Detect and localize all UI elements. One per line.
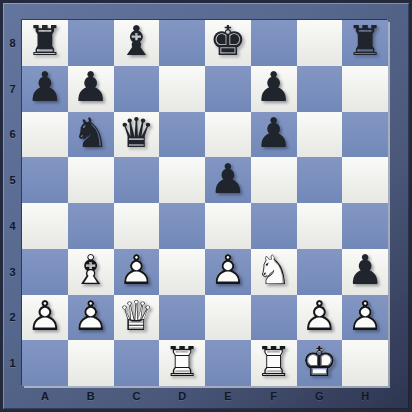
square-e7[interactable] <box>205 66 251 112</box>
black-rook-icon: ♜ <box>342 20 388 66</box>
black-pawn-icon: ♟ <box>251 66 297 112</box>
square-h6[interactable] <box>342 112 388 158</box>
square-a2[interactable]: ♟♙ <box>22 295 68 341</box>
square-d6[interactable] <box>159 112 205 158</box>
black-pawn-icon: ♟ <box>68 66 114 112</box>
rank-label-4: 4 <box>3 203 22 249</box>
black-queen-icon: ♛ <box>114 112 160 158</box>
square-a6[interactable] <box>22 112 68 158</box>
square-b6[interactable]: ♞ <box>68 112 114 158</box>
square-b2[interactable]: ♟♙ <box>68 295 114 341</box>
square-b8[interactable] <box>68 20 114 66</box>
square-f1[interactable]: ♜♖ <box>251 340 297 386</box>
white-queen-icon: ♛♕ <box>114 295 160 341</box>
square-g3[interactable] <box>297 249 343 295</box>
square-b5[interactable] <box>68 157 114 203</box>
white-king-icon: ♚♔ <box>297 340 343 386</box>
rank-label-5: 5 <box>3 157 22 203</box>
square-e4[interactable] <box>205 203 251 249</box>
white-rook-icon: ♜♖ <box>251 340 297 386</box>
square-c4[interactable] <box>114 203 160 249</box>
square-d1[interactable]: ♜♖ <box>159 340 205 386</box>
square-c8[interactable]: ♝ <box>114 20 160 66</box>
file-label-h: H <box>342 387 388 404</box>
black-rook-icon: ♜ <box>22 20 68 66</box>
square-g7[interactable] <box>297 66 343 112</box>
black-pawn-icon: ♟ <box>342 249 388 295</box>
square-b3[interactable]: ♝♗ <box>68 249 114 295</box>
square-a4[interactable] <box>22 203 68 249</box>
black-bishop-icon: ♝ <box>114 20 160 66</box>
square-e2[interactable] <box>205 295 251 341</box>
square-f5[interactable] <box>251 157 297 203</box>
square-g8[interactable] <box>297 20 343 66</box>
white-rook-icon: ♜♖ <box>159 340 205 386</box>
square-c1[interactable] <box>114 340 160 386</box>
rank-labels: 87654321 <box>3 20 22 386</box>
square-c2[interactable]: ♛♕ <box>114 295 160 341</box>
square-d2[interactable] <box>159 295 205 341</box>
black-pawn-icon: ♟ <box>205 157 251 203</box>
square-c3[interactable]: ♟♙ <box>114 249 160 295</box>
file-label-f: F <box>251 387 297 404</box>
rank-label-8: 8 <box>3 20 22 66</box>
square-f7[interactable]: ♟ <box>251 66 297 112</box>
square-b7[interactable]: ♟ <box>68 66 114 112</box>
black-pawn-icon: ♟ <box>251 112 297 158</box>
square-e6[interactable] <box>205 112 251 158</box>
square-d5[interactable] <box>159 157 205 203</box>
rank-label-7: 7 <box>3 66 22 112</box>
square-f3[interactable]: ♞♘ <box>251 249 297 295</box>
square-a1[interactable] <box>22 340 68 386</box>
square-h7[interactable] <box>342 66 388 112</box>
white-pawn-icon: ♟♙ <box>297 295 343 341</box>
square-c7[interactable] <box>114 66 160 112</box>
square-a8[interactable]: ♜ <box>22 20 68 66</box>
square-b1[interactable] <box>68 340 114 386</box>
square-a3[interactable] <box>22 249 68 295</box>
white-knight-icon: ♞♘ <box>251 249 297 295</box>
board: ♜♝♚♜♟♟♟♞♛♟♟♝♗♟♙♟♙♞♘♟♟♙♟♙♛♕♟♙♟♙♜♖♜♖♚♔ <box>22 20 388 386</box>
square-e1[interactable] <box>205 340 251 386</box>
square-c6[interactable]: ♛ <box>114 112 160 158</box>
white-pawn-icon: ♟♙ <box>342 295 388 341</box>
square-e5[interactable]: ♟ <box>205 157 251 203</box>
file-label-g: G <box>297 387 343 404</box>
white-pawn-icon: ♟♙ <box>114 249 160 295</box>
square-g6[interactable] <box>297 112 343 158</box>
black-pawn-icon: ♟ <box>22 66 68 112</box>
file-label-a: A <box>22 387 68 404</box>
square-d3[interactable] <box>159 249 205 295</box>
square-g1[interactable]: ♚♔ <box>297 340 343 386</box>
square-h5[interactable] <box>342 157 388 203</box>
white-pawn-icon: ♟♙ <box>22 295 68 341</box>
square-h1[interactable] <box>342 340 388 386</box>
white-bishop-icon: ♝♗ <box>68 249 114 295</box>
square-f2[interactable] <box>251 295 297 341</box>
file-label-d: D <box>159 387 205 404</box>
square-f6[interactable]: ♟ <box>251 112 297 158</box>
square-b4[interactable] <box>68 203 114 249</box>
square-d8[interactable] <box>159 20 205 66</box>
black-king-icon: ♚ <box>205 20 251 66</box>
square-h2[interactable]: ♟♙ <box>342 295 388 341</box>
file-label-c: C <box>114 387 160 404</box>
white-pawn-icon: ♟♙ <box>68 295 114 341</box>
white-pawn-icon: ♟♙ <box>205 249 251 295</box>
square-h4[interactable] <box>342 203 388 249</box>
square-g5[interactable] <box>297 157 343 203</box>
square-h3[interactable]: ♟ <box>342 249 388 295</box>
square-a5[interactable] <box>22 157 68 203</box>
board-frame: 87654321 ♜♝♚♜♟♟♟♞♛♟♟♝♗♟♙♟♙♞♘♟♟♙♟♙♛♕♟♙♟♙♜… <box>0 0 412 412</box>
square-f4[interactable] <box>251 203 297 249</box>
black-knight-icon: ♞ <box>68 112 114 158</box>
square-e8[interactable]: ♚ <box>205 20 251 66</box>
square-c5[interactable] <box>114 157 160 203</box>
square-g2[interactable]: ♟♙ <box>297 295 343 341</box>
file-labels: ABCDEFGH <box>22 387 388 404</box>
square-d7[interactable] <box>159 66 205 112</box>
rank-label-6: 6 <box>3 112 22 158</box>
rank-label-3: 3 <box>3 249 22 295</box>
file-label-e: E <box>205 387 251 404</box>
square-e3[interactable]: ♟♙ <box>205 249 251 295</box>
square-a7[interactable]: ♟ <box>22 66 68 112</box>
rank-label-2: 2 <box>3 295 22 341</box>
square-d4[interactable] <box>159 203 205 249</box>
square-f8[interactable] <box>251 20 297 66</box>
square-g4[interactable] <box>297 203 343 249</box>
rank-label-1: 1 <box>3 340 22 386</box>
square-h8[interactable]: ♜ <box>342 20 388 66</box>
file-label-b: B <box>68 387 114 404</box>
